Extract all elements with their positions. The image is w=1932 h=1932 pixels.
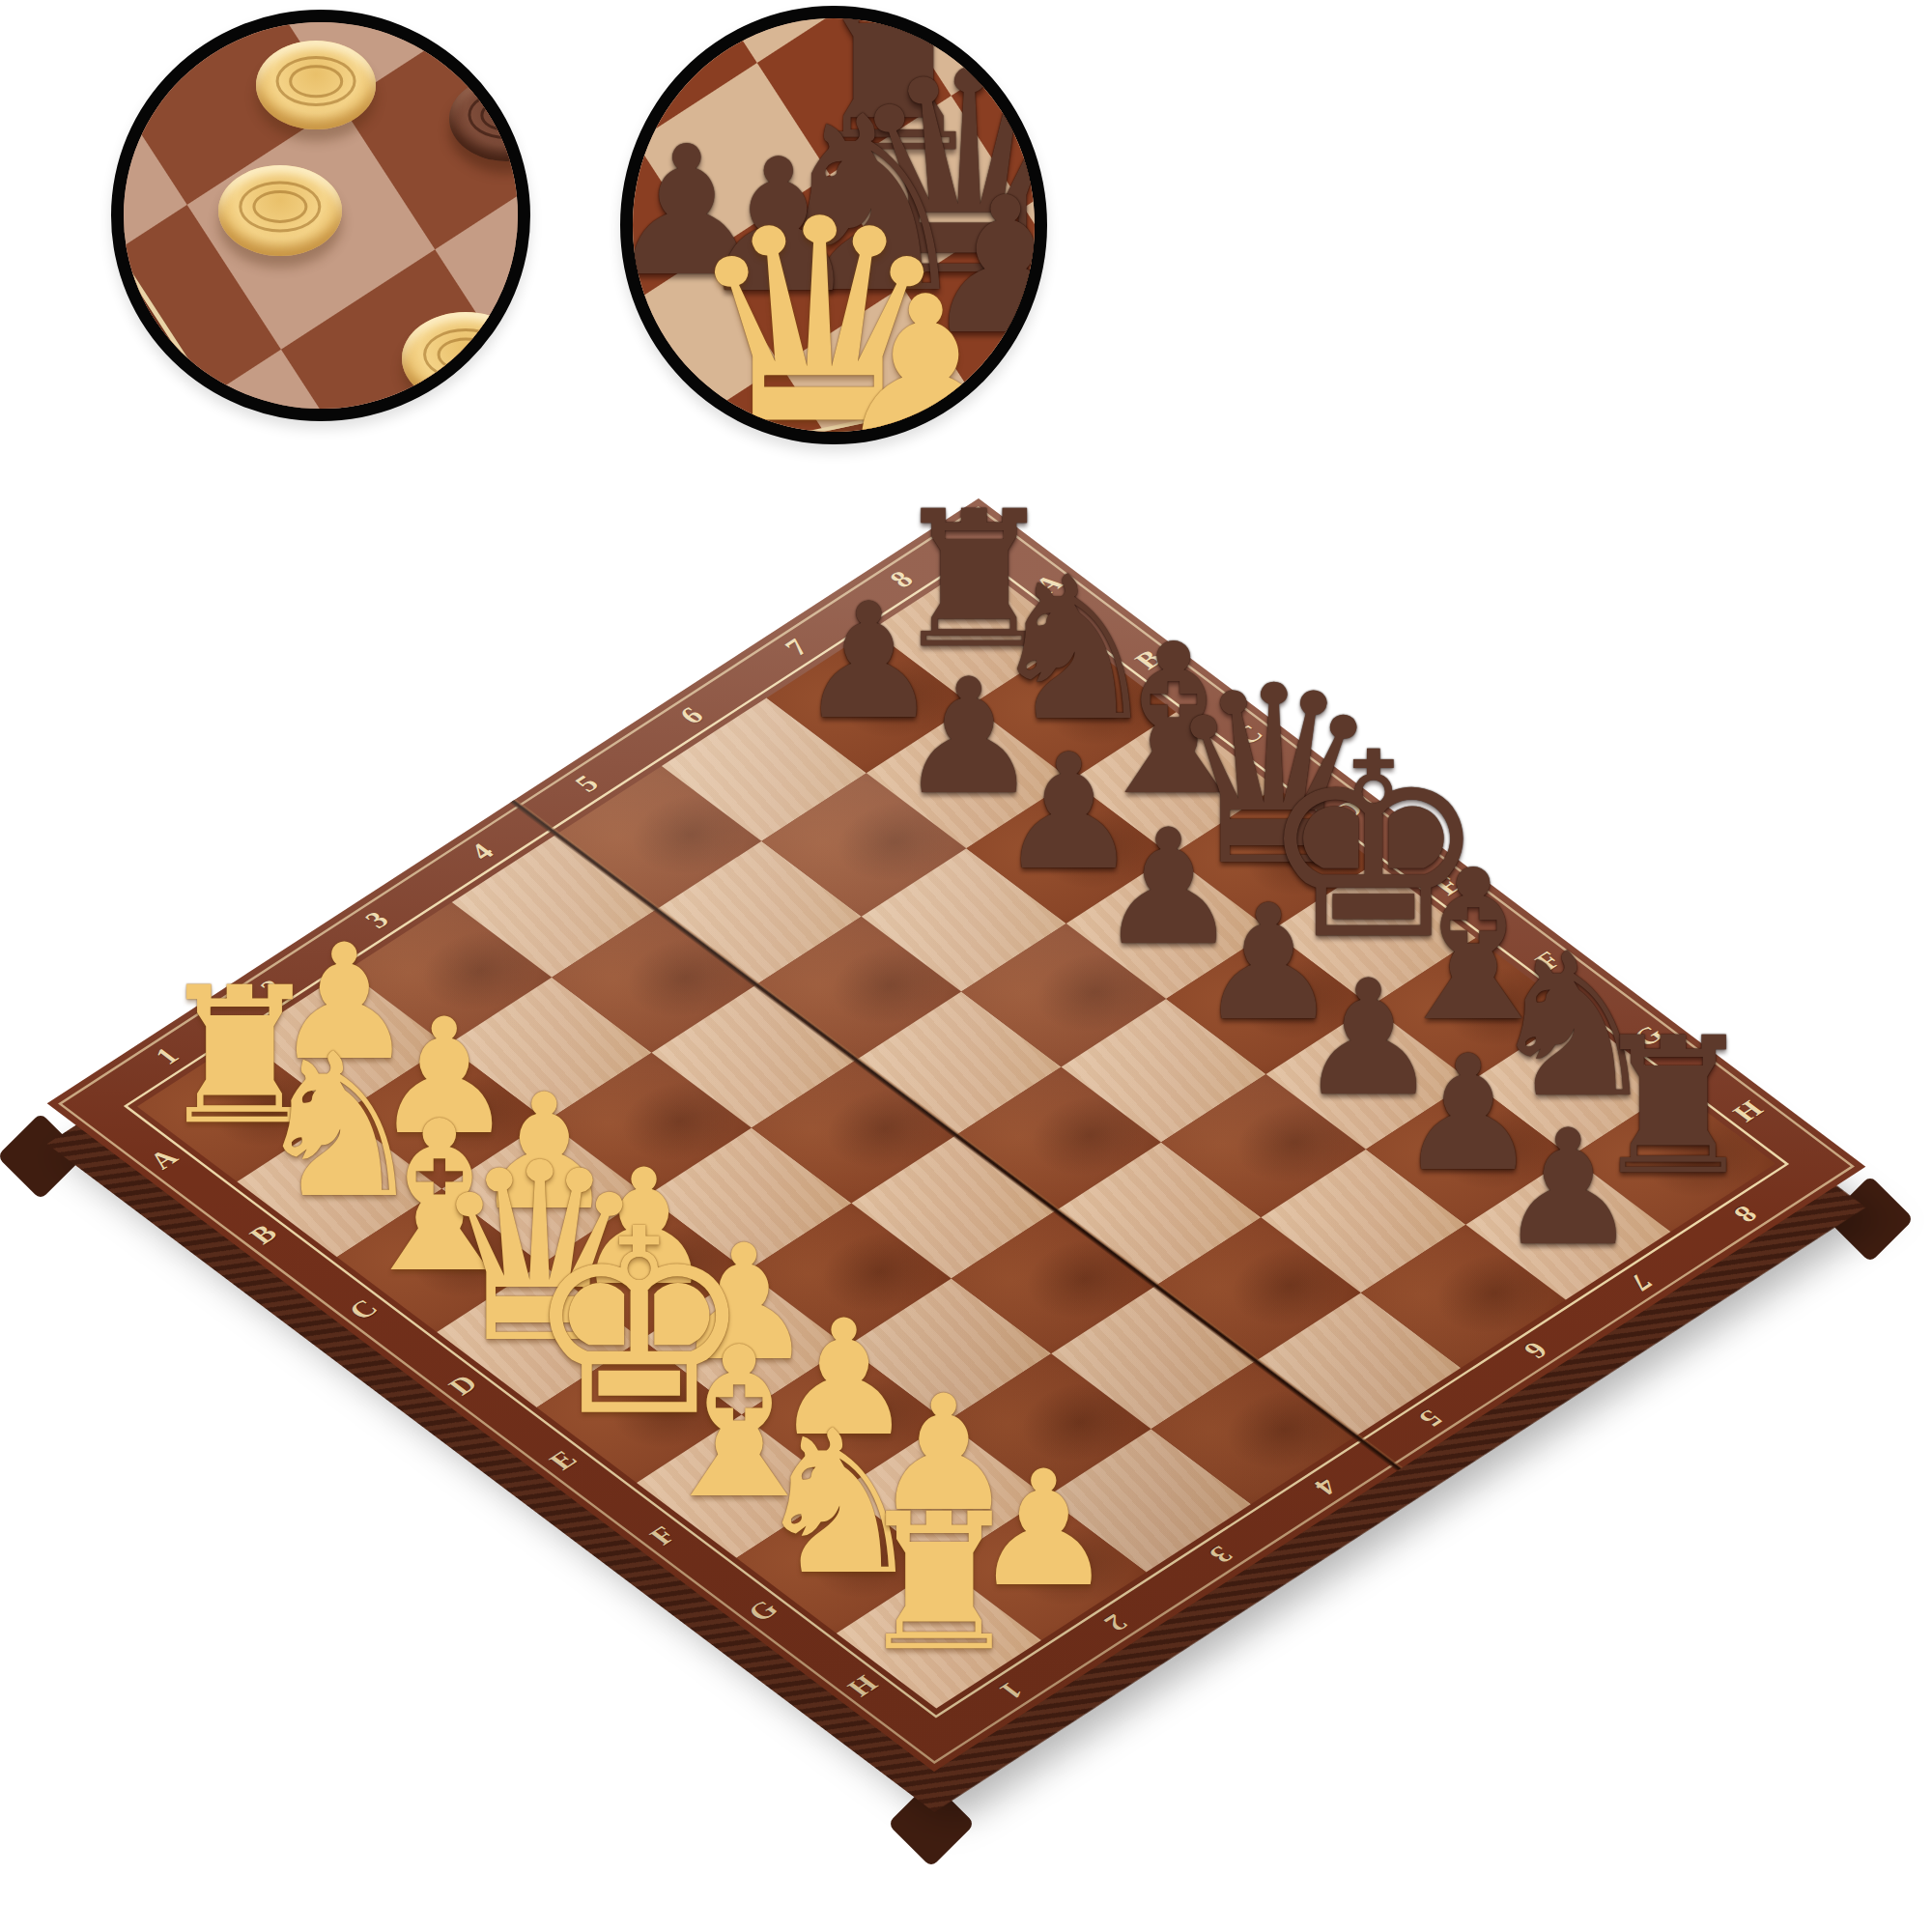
white-rook-h1[interactable]: ♜ bbox=[854, 1489, 1023, 1677]
checker-disc-light-3 bbox=[218, 165, 342, 256]
black-pawn-h7[interactable]: ♟ bbox=[1496, 1109, 1639, 1268]
rank-label-hside-3: 3 bbox=[1202, 1541, 1239, 1568]
disc-groove-ring bbox=[252, 190, 307, 223]
board-plane: ♜♟♟♜♞♟♟♞♝♟♟♝♛♟♟♛♚♟♟♚♝♟♟♝♞♟♟♞♜♟♟♜ 11AA22B… bbox=[47, 498, 1866, 1772]
disc-groove-ring bbox=[480, 99, 530, 130]
disc-groove-ring bbox=[423, 328, 508, 381]
disc-groove-ring bbox=[289, 66, 343, 99]
inset-chess-closeup: ♜♛♞♟♟♟♛♟ bbox=[620, 6, 1047, 444]
checker-disc-light-1 bbox=[256, 41, 376, 129]
rank-label-hside-6: 6 bbox=[1517, 1337, 1554, 1364]
rank-label-aside-4: 4 bbox=[464, 838, 501, 865]
inset-checkers-closeup bbox=[111, 10, 530, 421]
rank-label-aside-5: 5 bbox=[568, 770, 606, 797]
inset-white-pawn: ♟ bbox=[830, 269, 1020, 444]
rank-label-hside-4: 4 bbox=[1306, 1473, 1344, 1500]
disc-groove-ring bbox=[438, 338, 495, 372]
disc-groove-ring bbox=[468, 91, 530, 139]
checker-disc-light-4 bbox=[402, 312, 529, 405]
rank-label-hside-5: 5 bbox=[1411, 1405, 1449, 1432]
rank-label-aside-6: 6 bbox=[673, 701, 711, 728]
square-h1[interactable]: ♜ bbox=[837, 1565, 1041, 1708]
